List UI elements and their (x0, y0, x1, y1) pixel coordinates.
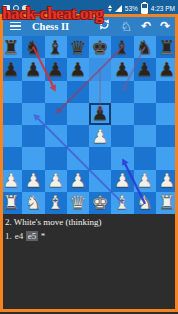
square-c4[interactable] (45, 125, 67, 147)
square-e3[interactable] (89, 147, 111, 169)
app-title: Chess II (32, 21, 69, 32)
piece-black-bishop: ♝ (47, 38, 64, 57)
square-d1[interactable]: ♛ (67, 192, 89, 214)
square-f2[interactable]: ♟ (111, 170, 133, 192)
square-e2[interactable] (89, 170, 111, 192)
screenshot-icon (3, 5, 10, 12)
square-h6[interactable] (156, 81, 178, 103)
battery-icon (141, 3, 148, 14)
piece-black-pawn: ♟ (92, 104, 109, 123)
square-b3[interactable] (22, 147, 44, 169)
piece-black-knight: ♞ (136, 38, 153, 57)
square-h7[interactable]: ♟ (156, 58, 178, 80)
piece-black-queen: ♛ (69, 38, 86, 57)
piece-white-pawn: ♟ (158, 171, 175, 190)
square-g2[interactable]: ♟ (134, 170, 156, 192)
app-window: 53% 4:23 PM Chess II ♘ ↶ ↷ (0, 0, 178, 314)
piece-black-king: ♚ (92, 38, 109, 57)
square-b8[interactable]: ♞ (22, 36, 44, 58)
piece-white-queen: ♛ (69, 193, 86, 212)
network-activity-icon (108, 5, 112, 12)
square-f3[interactable] (111, 147, 133, 169)
square-b1[interactable]: ♞ (22, 192, 44, 214)
alarm-icon (13, 5, 19, 11)
move-token[interactable]: * (41, 231, 46, 241)
battery-percent: 53% (125, 5, 138, 12)
square-d8[interactable]: ♛ (67, 36, 89, 58)
chess-board: ♜♞♝♛♚♝♞♜♟♟♟♟♟♟♟♟♟♟♟♟♟♟♟♟♜♞♝♛♚♝♞♜ (0, 36, 178, 214)
square-a5[interactable] (0, 103, 22, 125)
square-e7[interactable] (89, 58, 111, 80)
square-d5[interactable] (67, 103, 89, 125)
square-f4[interactable] (111, 125, 133, 147)
square-d6[interactable] (67, 81, 89, 103)
square-d4[interactable] (67, 125, 89, 147)
redo-button[interactable]: ↷ (160, 20, 170, 32)
square-a4[interactable] (0, 125, 22, 147)
square-a1[interactable]: ♜ (0, 192, 22, 214)
square-c3[interactable] (45, 147, 67, 169)
rotate-icon (98, 18, 111, 31)
piece-black-knight: ♞ (25, 38, 42, 57)
square-b6[interactable] (22, 81, 44, 103)
move-status: 2. White's move (thinking) (5, 217, 173, 227)
piece-white-bishop: ♝ (47, 193, 64, 212)
square-h2[interactable]: ♟ (156, 170, 178, 192)
square-g3[interactable] (134, 147, 156, 169)
rotate-board-button[interactable] (98, 17, 111, 35)
square-d2[interactable]: ♟ (67, 170, 89, 192)
square-g6[interactable] (134, 81, 156, 103)
square-e8[interactable]: ♚ (89, 36, 111, 58)
square-c2[interactable]: ♟ (45, 170, 67, 192)
square-b7[interactable]: ♟ (22, 58, 44, 80)
piece-black-pawn: ♟ (3, 60, 20, 79)
piece-black-pawn: ♟ (69, 60, 86, 79)
piece-white-rook: ♜ (158, 193, 175, 212)
square-f5[interactable] (111, 103, 133, 125)
piece-black-pawn: ♟ (114, 60, 131, 79)
piece-white-knight: ♞ (25, 193, 42, 212)
status-icons-left (3, 5, 28, 12)
square-g4[interactable] (134, 125, 156, 147)
piece-white-king: ♚ (92, 193, 109, 212)
square-f6[interactable] (111, 81, 133, 103)
piece-white-knight: ♞ (136, 193, 153, 212)
move-token[interactable]: e5 (26, 231, 38, 241)
square-b5[interactable] (22, 103, 44, 125)
move-token[interactable]: 1. (5, 231, 12, 241)
piece-white-pawn: ♟ (136, 171, 153, 190)
piece-white-pawn: ♟ (47, 171, 64, 190)
square-a8[interactable]: ♜ (0, 36, 22, 58)
hint-knight-button[interactable]: ♘ (120, 20, 132, 33)
square-g8[interactable]: ♞ (134, 36, 156, 58)
square-b4[interactable] (22, 125, 44, 147)
info-panel: 2. White's move (thinking) 1.e4e5* (0, 214, 178, 244)
app-bar: Chess II ♘ ↶ ↷ (0, 16, 178, 36)
square-c8[interactable]: ♝ (45, 36, 67, 58)
status-bar: 53% 4:23 PM (0, 0, 178, 16)
square-a7[interactable]: ♟ (0, 58, 22, 80)
square-c1[interactable]: ♝ (45, 192, 67, 214)
square-b2[interactable]: ♟ (22, 170, 44, 192)
piece-black-bishop: ♝ (114, 38, 131, 57)
square-c5[interactable] (45, 103, 67, 125)
piece-white-pawn: ♟ (25, 171, 42, 190)
piece-white-pawn: ♟ (3, 171, 20, 190)
piece-black-pawn: ♟ (47, 60, 64, 79)
piece-black-rook: ♜ (158, 38, 175, 57)
square-a3[interactable] (0, 147, 22, 169)
square-d3[interactable] (67, 147, 89, 169)
piece-white-pawn: ♟ (69, 171, 86, 190)
square-e6[interactable] (89, 81, 111, 103)
move-token[interactable]: e4 (15, 231, 24, 241)
square-f8[interactable]: ♝ (111, 36, 133, 58)
piece-white-pawn: ♟ (114, 171, 131, 190)
piece-black-pawn: ♟ (158, 60, 175, 79)
square-h1[interactable]: ♜ (156, 192, 178, 214)
piece-black-pawn: ♟ (25, 60, 42, 79)
square-g7[interactable]: ♟ (134, 58, 156, 80)
piece-white-bishop: ♝ (114, 193, 131, 212)
square-h8[interactable]: ♜ (156, 36, 178, 58)
notification-icon (22, 5, 28, 11)
square-c7[interactable]: ♟ (45, 58, 67, 80)
piece-black-rook: ♜ (3, 38, 20, 57)
square-g1[interactable]: ♞ (134, 192, 156, 214)
square-h3[interactable] (156, 147, 178, 169)
square-a2[interactable]: ♟ (0, 170, 22, 192)
piece-white-rook: ♜ (3, 193, 20, 212)
square-h4[interactable] (156, 125, 178, 147)
square-e1[interactable]: ♚ (89, 192, 111, 214)
move-list: 1.e4e5* (5, 231, 173, 241)
square-c6[interactable] (45, 81, 67, 103)
square-f1[interactable]: ♝ (111, 192, 133, 214)
square-g5[interactable] (134, 103, 156, 125)
square-h5[interactable] (156, 103, 178, 125)
square-a6[interactable] (0, 81, 22, 103)
square-e5[interactable]: ♟ (89, 103, 111, 125)
signal-icon (115, 5, 122, 12)
piece-black-pawn: ♟ (136, 60, 153, 79)
undo-button[interactable]: ↶ (141, 20, 151, 32)
clock: 4:23 PM (151, 5, 175, 12)
menu-button[interactable] (10, 22, 21, 31)
status-icons-right: 53% 4:23 PM (108, 3, 175, 14)
square-e4[interactable]: ♟ (89, 125, 111, 147)
square-d7[interactable]: ♟ (67, 58, 89, 80)
piece-white-pawn: ♟ (92, 127, 109, 146)
square-f7[interactable]: ♟ (111, 58, 133, 80)
